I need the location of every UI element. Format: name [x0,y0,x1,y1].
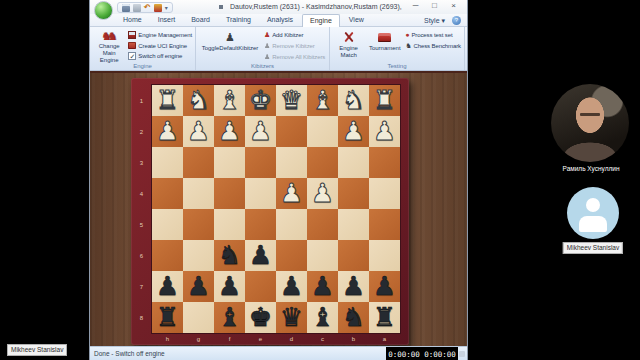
square-d8[interactable]: ♛ [276,302,307,333]
square-b8[interactable]: ♞ [338,302,369,333]
square-a2[interactable]: ♟ [369,116,400,147]
piece-wR[interactable]: ♜ [152,85,183,115]
title-bar: ↶ ▾ Dautov,Rustem (2631) - Kasimdzhanov,… [90,0,467,14]
square-f5[interactable] [214,209,245,240]
style-dropdown[interactable]: Style ▾ [424,15,445,26]
square-e6[interactable]: ♟ [245,240,276,271]
file-label-g: g [183,333,214,345]
piece-bK[interactable]: ♚ [245,302,276,332]
rank-label-7: 7 [131,271,152,302]
file-labels: hgfedcba [152,333,400,345]
square-h3[interactable] [152,147,183,178]
tournament-button[interactable]: Tournament [367,29,402,60]
app-menu-button[interactable] [94,1,113,20]
piece-bB[interactable]: ♝ [214,302,245,332]
square-b4[interactable] [338,178,369,209]
switch-off-engine-toggle[interactable]: ✓ Switch off engine [128,52,192,60]
quick-access-toolbar: ↶ ▾ [117,2,173,13]
square-e7[interactable] [245,271,276,302]
piece-wN[interactable]: ♞ [183,85,214,115]
piece-wR[interactable]: ♜ [369,85,400,115]
piece-bN[interactable]: ♞ [214,240,245,270]
square-d2[interactable] [276,116,307,147]
tab-analysis[interactable]: Analysis [260,14,300,27]
piece-bR[interactable]: ♜ [152,302,183,332]
square-a8[interactable]: ♜ [369,302,400,333]
ribbon-group-testing: Engine Match Tournament ● Process test s… [330,27,465,70]
square-e3[interactable] [245,147,276,178]
qat-dropdown-icon[interactable]: ▾ [165,4,168,11]
undo-icon[interactable]: ↶ [144,4,151,12]
board-background: 12345678 hgfedcba ♜♞♝♚♛♝♞♜♟♟♟♟♟♟♟♟♞♟♟♟♟♟… [90,71,467,346]
person-icon-body [579,216,607,232]
square-d6[interactable] [276,240,307,271]
piece-wN[interactable]: ♞ [338,85,369,115]
chess-app-window: ↶ ▾ Dautov,Rustem (2631) - Kasimdzhanov,… [90,0,467,360]
board-squares: ♜♞♝♚♛♝♞♜♟♟♟♟♟♟♟♟♞♟♟♟♟♟♟♟♟♜♝♚♛♝♞♜ [152,85,400,333]
black-clock: 0:00:00 [424,350,456,359]
maximize-button[interactable]: □ [425,0,444,13]
square-g6[interactable] [183,240,214,271]
close-button[interactable]: × [444,0,463,13]
square-a4[interactable] [369,178,400,209]
piece-wB[interactable]: ♝ [214,85,245,115]
piece-bP[interactable]: ♟ [245,240,276,270]
status-text: Done - Switch off engine [94,347,165,360]
webcam1-name-label: Рамиль Хуснуллин [563,165,620,172]
ribbon-group-kibitzers: ♟ ToggleDefaultKibitzer ♟ Add Kibitzer ♟… [196,27,330,70]
save-icon[interactable] [122,4,130,12]
piece-bN[interactable]: ♞ [338,302,369,332]
square-f2[interactable]: ♟ [214,116,245,147]
rank-labels: 12345678 [131,85,152,333]
square-b6[interactable] [338,240,369,271]
square-h7[interactable]: ♟ [152,271,183,302]
piece-bP[interactable]: ♟ [276,271,307,301]
remove-kibitzer-icon: ♟ [264,42,270,50]
square-g7[interactable]: ♟ [183,271,214,302]
square-g3[interactable] [183,147,214,178]
piece-wP[interactable]: ♟ [152,116,183,146]
square-b7[interactable]: ♟ [338,271,369,302]
tab-training[interactable]: Training [219,14,258,27]
square-e4[interactable] [245,178,276,209]
tab-board[interactable]: Board [184,14,217,27]
square-g5[interactable] [183,209,214,240]
add-kibitzer-button[interactable]: ♟ Add Kibitzer [264,31,325,39]
piece-wP[interactable]: ♟ [338,116,369,146]
square-e8[interactable]: ♚ [245,302,276,333]
toggle-default-kibitzer-button[interactable]: ♟ ToggleDefaultKibitzer [199,29,261,60]
square-h1[interactable]: ♜ [152,85,183,116]
file-label-c: c [307,333,338,345]
piece-bQ[interactable]: ♛ [276,302,307,332]
piece-bP[interactable]: ♟ [338,271,369,301]
square-f6[interactable]: ♞ [214,240,245,271]
piece-wP[interactable]: ♟ [245,116,276,146]
streamer-name-label: Mikheev Stanislav [7,344,67,356]
square-b3[interactable] [338,147,369,178]
square-h5[interactable] [152,209,183,240]
square-f8[interactable]: ♝ [214,302,245,333]
chess-benchmark-button[interactable]: ♞ Chess Benchmark [405,42,461,50]
ribbon-tab-row: HomeInsertBoardTrainingAnalysisEngineVie… [90,14,467,27]
file-label-e: e [245,333,276,345]
webcam2-name-label: Mikheev Stanislav [563,242,623,254]
file-label-d: d [276,333,307,345]
square-a7[interactable]: ♟ [369,271,400,302]
square-b5[interactable] [338,209,369,240]
change-engine-icon: ♞♞ [101,30,117,42]
square-d1[interactable]: ♛ [276,85,307,116]
square-f3[interactable] [214,147,245,178]
rank-label-5: 5 [131,209,152,240]
remove-all-kibitzers-button[interactable]: ♟ Remove All Kibitzers [264,53,325,61]
tab-engine[interactable]: Engine [302,14,340,27]
rank-label-1: 1 [131,85,152,116]
square-e5[interactable] [245,209,276,240]
white-clock: 0:00:00 [388,350,420,359]
help-icon[interactable]: ? [452,16,461,25]
avatar-placeholder [567,187,619,239]
square-h2[interactable]: ♟ [152,116,183,147]
ribbon: ♞♞ Change Main Engine Engine Management … [90,27,467,71]
square-c7[interactable]: ♟ [307,271,338,302]
webcam-photo [551,84,629,162]
rank-label-3: 3 [131,147,152,178]
square-g2[interactable]: ♟ [183,116,214,147]
file-label-a: a [369,333,400,345]
square-d7[interactable]: ♟ [276,271,307,302]
piece-bP[interactable]: ♟ [369,271,400,301]
square-d5[interactable] [276,209,307,240]
tab-insert[interactable]: Insert [151,14,183,27]
piece-wK[interactable]: ♚ [245,85,276,115]
square-d4[interactable]: ♟ [276,178,307,209]
tournament-icon [378,30,391,44]
piece-wP[interactable]: ♟ [183,116,214,146]
engine-match-button[interactable]: Engine Match [333,29,364,60]
tab-home[interactable]: Home [116,14,149,27]
engine-management-button[interactable]: Engine Management [128,31,192,39]
engine-management-icon [128,31,136,39]
group-label-testing: Testing [330,63,464,69]
file-label-h: h [152,333,183,345]
process-test-set-icon: ● [405,31,409,39]
square-g4[interactable] [183,178,214,209]
square-c5[interactable] [307,209,338,240]
add-kibitzer-icon: ♟ [264,31,270,39]
status-bar: Done - Switch off engine 0:00:00 0:00:00 [90,346,467,360]
checkbox-checked-icon[interactable]: ✓ [128,52,136,60]
piece-wQ[interactable]: ♛ [276,85,307,115]
piece-bB[interactable]: ♝ [307,302,338,332]
window-title: Dautov,Rustem (2631) - Kasimdzhanov,Rust… [230,0,403,14]
remove-kibitzer-button[interactable]: ♟ Remove Kibitzer [264,42,325,50]
square-f1[interactable]: ♝ [214,85,245,116]
uci-engine-icon [128,42,136,49]
piece-wP[interactable]: ♟ [214,116,245,146]
rank-label-4: 4 [131,178,152,209]
chess-board: 12345678 hgfedcba ♜♞♝♚♛♝♞♜♟♟♟♟♟♟♟♟♞♟♟♟♟♟… [131,78,409,345]
piece-bP[interactable]: ♟ [214,271,245,301]
square-d3[interactable] [276,147,307,178]
kibitzer-icon: ♟ [225,30,235,44]
piece-wP[interactable]: ♟ [307,178,338,208]
square-a3[interactable] [369,147,400,178]
database-icon[interactable] [154,4,162,12]
square-f7[interactable]: ♟ [214,271,245,302]
square-b1[interactable]: ♞ [338,85,369,116]
tab-view[interactable]: View [342,14,371,27]
group-label-engine: Engine [90,63,195,69]
change-main-engine-button[interactable]: ♞♞ Change Main Engine [93,29,125,60]
person-icon [586,198,600,212]
chevron-down-icon: ▾ [441,17,445,24]
square-h8[interactable]: ♜ [152,302,183,333]
clock-panel-icon[interactable] [459,351,465,357]
clock-panel: 0:00:00 0:00:00 [386,347,458,360]
square-c4[interactable]: ♟ [307,178,338,209]
square-b2[interactable]: ♟ [338,116,369,147]
square-c3[interactable] [307,147,338,178]
create-uci-engine-button[interactable]: Create UCI Engine [128,42,192,49]
engine-match-icon [342,30,356,44]
rank-label-8: 8 [131,302,152,333]
square-h4[interactable] [152,178,183,209]
rank-label-2: 2 [131,116,152,147]
process-test-set-button[interactable]: ● Process test set [405,31,461,39]
new-board-icon[interactable] [133,4,141,12]
remove-all-kibitzers-icon: ♟ [264,53,270,61]
square-a5[interactable] [369,209,400,240]
piece-bR[interactable]: ♜ [369,302,400,332]
square-h6[interactable] [152,240,183,271]
square-c8[interactable]: ♝ [307,302,338,333]
tab-strip: HomeInsertBoardTrainingAnalysisEngineVie… [116,14,371,27]
square-a6[interactable] [369,240,400,271]
square-e2[interactable]: ♟ [245,116,276,147]
chess-benchmark-icon: ♞ [405,42,411,50]
file-label-b: b [338,333,369,345]
group-label-kibitzers: Kibitzers [196,63,329,69]
square-e1[interactable]: ♚ [245,85,276,116]
window-controls: ─ □ × [406,0,463,14]
square-f4[interactable] [214,178,245,209]
square-a1[interactable]: ♜ [369,85,400,116]
file-label-f: f [214,333,245,345]
piece-bP[interactable]: ♟ [152,271,183,301]
square-g8[interactable] [183,302,214,333]
square-c2[interactable] [307,116,338,147]
piece-wB[interactable]: ♝ [307,85,338,115]
minimize-button[interactable]: ─ [406,0,425,13]
ribbon-group-engine: ♞♞ Change Main Engine Engine Management … [90,27,196,70]
square-g1[interactable]: ♞ [183,85,214,116]
square-c1[interactable]: ♝ [307,85,338,116]
piece-wP[interactable]: ♟ [276,178,307,208]
rank-label-6: 6 [131,240,152,271]
piece-bP[interactable]: ♟ [183,271,214,301]
title-separator-icon [219,5,223,9]
obs-stage: ↶ ▾ Dautov,Rustem (2631) - Kasimdzhanov,… [0,0,640,360]
piece-bP[interactable]: ♟ [307,271,338,301]
piece-wP[interactable]: ♟ [369,116,400,146]
square-c6[interactable] [307,240,338,271]
